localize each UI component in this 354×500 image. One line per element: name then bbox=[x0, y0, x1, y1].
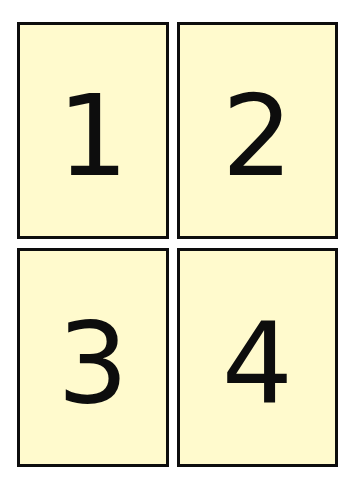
card-grid: 1 2 3 4 bbox=[17, 22, 338, 467]
card-number: 4 bbox=[222, 307, 293, 419]
card-number: 3 bbox=[57, 307, 128, 419]
card-1: 1 bbox=[17, 22, 169, 239]
card-number: 1 bbox=[57, 80, 128, 192]
card-number: 2 bbox=[222, 80, 293, 192]
card-4: 4 bbox=[177, 248, 338, 467]
card-3: 3 bbox=[17, 248, 169, 467]
flashcard-page: 1 2 3 4 bbox=[0, 0, 354, 500]
card-2: 2 bbox=[177, 22, 338, 239]
